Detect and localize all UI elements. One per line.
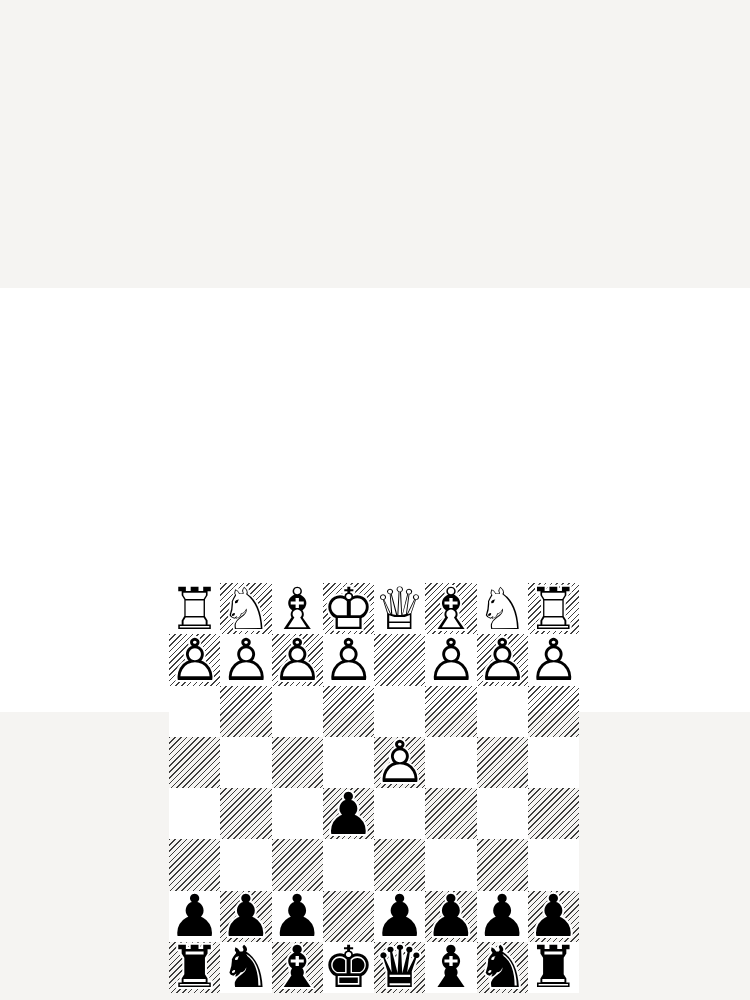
square-g4	[220, 737, 271, 788]
square-a3	[528, 686, 579, 737]
square-e8: ♚♚	[323, 942, 374, 993]
square-d4: ♟♙	[374, 737, 425, 788]
white-pawn-d4-icon: ♟♙	[374, 737, 425, 788]
print-area: ♜♖♞♘♝♗♚♔♛♕♝♗♞♘♜♖♟♙♟♙♟♙♟♙♟♙♟♙♟♙♟♙♟♟♟♟♟♟♟♟…	[0, 288, 750, 712]
square-b8: ♞♞	[477, 942, 528, 993]
square-h8: ♜♜	[169, 942, 220, 993]
black-bishop-c8-icon: ♝♝	[425, 942, 476, 993]
square-h5	[169, 788, 220, 839]
square-d1: ♛♕	[374, 583, 425, 634]
white-pawn-b2-icon: ♟♙	[477, 634, 528, 685]
square-b2: ♟♙	[477, 634, 528, 685]
square-f4	[272, 737, 323, 788]
black-knight-g8-icon: ♞♞	[220, 942, 271, 993]
square-d2	[374, 634, 425, 685]
white-pawn-e2-icon: ♟♙	[323, 634, 374, 685]
square-f2: ♟♙	[272, 634, 323, 685]
black-king-e8-icon: ♚♚	[323, 942, 374, 993]
black-rook-h8-icon: ♜♜	[169, 942, 220, 993]
square-e6	[323, 839, 374, 890]
square-h3	[169, 686, 220, 737]
square-g2: ♟♙	[220, 634, 271, 685]
chessboard: ♜♖♞♘♝♗♚♔♛♕♝♗♞♘♜♖♟♙♟♙♟♙♟♙♟♙♟♙♟♙♟♙♟♟♟♟♟♟♟♟…	[169, 583, 579, 993]
square-e5: ♟♟	[323, 788, 374, 839]
black-queen-d8-icon: ♛♛	[374, 942, 425, 993]
square-d5	[374, 788, 425, 839]
square-g5	[220, 788, 271, 839]
square-b4	[477, 737, 528, 788]
square-a2: ♟♙	[528, 634, 579, 685]
square-a4	[528, 737, 579, 788]
square-f8: ♝♝	[272, 942, 323, 993]
black-rook-a8-icon: ♜♜	[528, 942, 579, 993]
white-pawn-a2-icon: ♟♙	[528, 634, 579, 685]
square-h2: ♟♙	[169, 634, 220, 685]
square-c3	[425, 686, 476, 737]
square-c5	[425, 788, 476, 839]
square-c8: ♝♝	[425, 942, 476, 993]
white-queen-d1-icon: ♛♕	[374, 583, 425, 634]
black-knight-b8-icon: ♞♞	[477, 942, 528, 993]
square-f3	[272, 686, 323, 737]
square-g3	[220, 686, 271, 737]
black-pawn-e5-icon: ♟♟	[323, 788, 374, 839]
white-pawn-h2-icon: ♟♙	[169, 634, 220, 685]
square-c2: ♟♙	[425, 634, 476, 685]
square-c4	[425, 737, 476, 788]
square-d8: ♛♛	[374, 942, 425, 993]
square-b5	[477, 788, 528, 839]
square-b3	[477, 686, 528, 737]
white-pawn-g2-icon: ♟♙	[220, 634, 271, 685]
square-g8: ♞♞	[220, 942, 271, 993]
square-e3	[323, 686, 374, 737]
square-a8: ♜♜	[528, 942, 579, 993]
square-h4	[169, 737, 220, 788]
square-e2: ♟♙	[323, 634, 374, 685]
square-a5	[528, 788, 579, 839]
white-pawn-c2-icon: ♟♙	[425, 634, 476, 685]
black-bishop-f8-icon: ♝♝	[272, 942, 323, 993]
product-image-canvas: ♜♖♞♘♝♗♚♔♛♕♝♗♞♘♜♖♟♙♟♙♟♙♟♙♟♙♟♙♟♙♟♙♟♟♟♟♟♟♟♟…	[0, 0, 750, 1000]
square-f5	[272, 788, 323, 839]
white-pawn-f2-icon: ♟♙	[272, 634, 323, 685]
